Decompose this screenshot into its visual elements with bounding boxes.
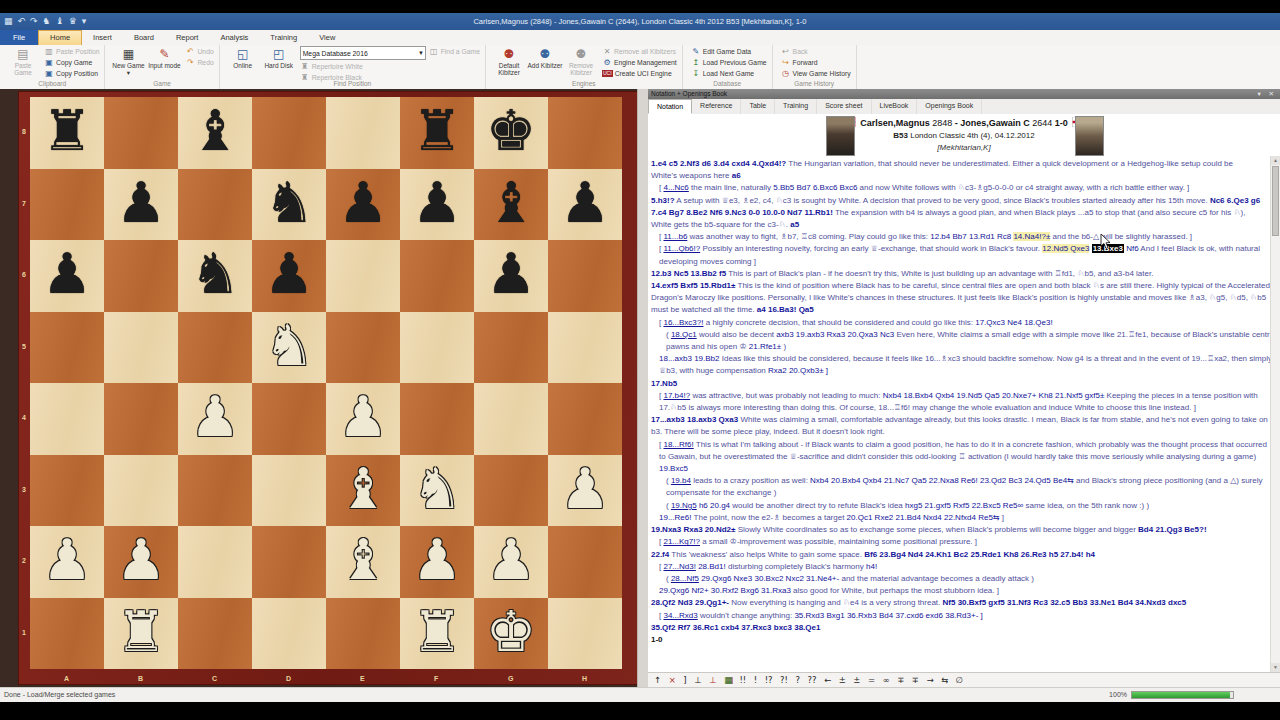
move[interactable]: 22.f4 (651, 550, 669, 559)
btn-load-previous-game[interactable]: ↥Load Previous Game (691, 57, 767, 68)
square-b2[interactable]: ♟ (104, 526, 178, 598)
move[interactable]: 29.Qxg6 Nxe3 30.Bxc2 Nxc2 31.Ne4+- (699, 574, 839, 583)
rank-label-6: 6 (22, 271, 26, 278)
piece-black-r[interactable]: ♜ (30, 97, 104, 169)
game-result: 1-0 (1055, 118, 1068, 128)
comment-text: Dragon's Maroczy like positions. Persona… (651, 293, 1266, 302)
ribbon-tab-analysis[interactable]: Analysis (209, 30, 259, 45)
piece-black-p[interactable]: ♟ (474, 240, 548, 312)
ribbon-group-game: ▦New Game ▾✎Input mode↶Undo↷RedoGame (105, 45, 219, 90)
comment-text: and the material advantage becomes a dea… (839, 574, 1034, 583)
comment-text: was another way to fight, ♗b7, ♖c8 comin… (687, 232, 930, 241)
square-h3[interactable]: ♟ (548, 455, 622, 527)
panel-caption-icons[interactable]: ▾ ✕ (1257, 89, 1277, 99)
rank-label-8: 8 (22, 128, 26, 135)
game-header-line2: B53 London Classic 4th (4), 04.12.2012 (648, 130, 1280, 142)
move[interactable]: axb3 19.axb3 Rxa3 20.Qxa3 Nc3 (776, 330, 894, 339)
btn-add-kibitzer[interactable]: ⚉Add Kibitzer (527, 46, 563, 80)
piece-white-n[interactable]: ♞ (252, 312, 326, 384)
btn-undo: ↶Undo (185, 46, 213, 57)
button-label: Remove all Kibitzers (614, 48, 676, 55)
piece-black-r[interactable]: ♜ (400, 97, 474, 169)
annotation-symbol[interactable]: → (926, 675, 933, 685)
move[interactable]: 14.Na4!?± (1013, 232, 1050, 241)
square-e1[interactable] (326, 598, 400, 670)
main-area: ♜♝♜♚♟♞♟♟♝♟♟♞♟♟♞♟♟♝♞♟♟♟♝♟♟♜♜♚ ABCDEFGH876… (0, 89, 1280, 687)
button-label: Undo (197, 48, 213, 55)
comment-text: would also be decent (697, 330, 777, 339)
button-label: Paste Game (14, 62, 32, 76)
game-header: Carlsen,Magnus 2848 - Jones,Gawain C 264… (648, 114, 1280, 156)
btn-view-game-history[interactable]: ◷View Game History (781, 68, 851, 79)
piece-white-k[interactable]: ♚ (474, 598, 548, 670)
forward-icon: ↪ (781, 58, 791, 67)
square-h6[interactable] (548, 240, 622, 312)
square-a5[interactable] (30, 312, 104, 384)
square-f4[interactable] (400, 383, 474, 455)
photo-carlsen (826, 116, 855, 156)
piece-black-p[interactable]: ♟ (104, 169, 178, 241)
move[interactable]: 5.Bb5 Bd7 6.Bxc6 Bxc6 (773, 183, 857, 192)
comment-text: ) (781, 342, 786, 351)
square-e8[interactable] (326, 97, 400, 169)
move[interactable]: 12.Nd5 Qxe3 (1042, 244, 1089, 253)
button-label: Edit Game Data (703, 48, 751, 55)
piece-white-p[interactable]: ♟ (178, 383, 252, 455)
piece-white-p[interactable]: ♟ (104, 526, 178, 598)
move[interactable]: 19.Nxa3 Rxa3 20.Nd2± (651, 525, 735, 534)
move[interactable]: Rxa2 20.Qxb3± ] (768, 366, 828, 375)
panel-tab-score-sheet[interactable]: Score sheet (817, 99, 871, 114)
square-d5[interactable]: ♞ (252, 312, 326, 384)
square-d7[interactable]: ♞ (252, 169, 326, 241)
move[interactable]: a6 (732, 171, 741, 180)
btn-paste-game: ▤Paste Game (5, 46, 41, 80)
btn-load-next-game[interactable]: ↧Load Next Game (691, 68, 767, 79)
repertoire-black-icon: ♜ (300, 73, 310, 82)
move[interactable]: 20.Qc1 Rxe2 21.Bd4 Nxd4 22.Nfxd4 Re5⇆ (847, 513, 1000, 522)
notation-line: [ 11...b6 was another way to fight, ♗b7,… (651, 231, 1271, 243)
btn-edit-game-data[interactable]: ✎Edit Game Data (691, 46, 767, 57)
square-d1[interactable] (252, 598, 326, 670)
piece-black-p[interactable]: ♟ (326, 169, 400, 241)
ribbon-tab-insert[interactable]: Insert (82, 30, 123, 45)
move[interactable]: 21...Kg7!? (663, 537, 699, 546)
square-e6[interactable] (326, 240, 400, 312)
button-label: Input mode (148, 62, 181, 69)
notation-text: 1.e4 c5 2.Nf3 d6 3.d4 cxd4 4.Qxd4!? The … (648, 156, 1271, 672)
square-a8[interactable]: ♜ (30, 97, 104, 169)
hard-disk-icon: ◰ (261, 47, 297, 61)
move[interactable]: 28.Qf2 Nd3 29.Qg1+- (651, 598, 729, 607)
move[interactable]: Nf5 30.Bxf5 gxf5 31.Nf3 Rc3 32.c5 Bb3 33… (943, 598, 1187, 607)
comment-text: This is part of Black's plan - if he doe… (726, 269, 1153, 278)
comment-text: compensate for the exchange ) (666, 488, 776, 497)
move[interactable]: 17.Qxc3 Ne4 18.Qe3! (975, 318, 1052, 327)
move[interactable]: 1.e4 c5 2.Nf3 d6 3.d4 cxd4 4.Qxd4!? (651, 159, 786, 168)
notation-line: 19.Bxc5 (651, 463, 1271, 475)
annotation-symbol[interactable]: ± (839, 675, 846, 685)
btn-create-uci-engine[interactable]: UCICreate UCI Engine (602, 68, 677, 79)
move[interactable]: Nf6 (1124, 244, 1139, 253)
notation-line: ♕b3, with huge compensation Rxa2 20.Qxb3… (651, 365, 1271, 377)
btn-default-kibitzer[interactable]: ⚉Default Kibitzer (491, 46, 527, 80)
btn-find-a-game: ◫Find a Game (429, 46, 480, 57)
comment-text: pawns and his open ♔ (666, 342, 749, 351)
btn-hard-disk[interactable]: ◰Hard Disk (261, 46, 297, 80)
piece-black-b[interactable]: ♝ (178, 97, 252, 169)
square-c4[interactable]: ♟ (178, 383, 252, 455)
move[interactable]: 18...Rf6! (663, 440, 693, 449)
btn-redo: ↷Redo (185, 57, 213, 68)
square-c3[interactable] (178, 455, 252, 527)
panel-caption-text: Notation + Openings Book (651, 90, 727, 97)
button-label: Online (233, 62, 252, 69)
square-c1[interactable] (178, 598, 252, 670)
panel-tab-table[interactable]: Table (741, 99, 775, 114)
remove-kibitzer-icon: ⚉ (563, 47, 599, 61)
annotation-symbol[interactable]: ? (796, 675, 801, 685)
move[interactable]: Nxb4 20.Bxb4 Qxb4 21.Nc7 Qa5 22.Nxa8 Re6… (810, 476, 1074, 485)
square-f1[interactable]: ♜ (400, 598, 474, 670)
move[interactable]: 18.Qc1 (671, 330, 697, 339)
btn-copy-game[interactable]: ▣Copy Game (44, 57, 99, 68)
comment-text: The Hungarian variation, that should nev… (786, 159, 1233, 168)
piece-black-p[interactable]: ♟ (548, 169, 622, 241)
create-uci-engine-icon: UCI (602, 70, 613, 77)
annotation-symbol[interactable]: ∅ (956, 675, 963, 685)
btn-copy-position[interactable]: ▣Copy Position (44, 68, 99, 79)
piece-black-p[interactable]: ♟ (30, 240, 104, 312)
btn-input-mode[interactable]: ✎Input mode (146, 46, 182, 80)
move[interactable]: 19...Re6! (659, 513, 691, 522)
move[interactable]: a4 16.Ba3! Qa5 (757, 305, 814, 314)
move[interactable]: 28.Bd1! (698, 562, 726, 571)
button-label: Create UCI Engine (615, 70, 672, 77)
piece-black-n[interactable]: ♞ (178, 240, 252, 312)
notation-line: 5.h3!? A setup with ♕e3, ♗e2, c4, ♘c3 is… (651, 195, 1271, 207)
move[interactable]: Nxb4 18.Bxb4 Qxb4 19.Nd5 Qa5 20.Nxe7+ Kh… (883, 391, 1105, 400)
notation-line: Dragon's Maroczy like positions. Persona… (651, 292, 1271, 304)
square-g6[interactable]: ♟ (474, 240, 548, 312)
panel-tab-openings-book[interactable]: Openings Book (917, 99, 982, 114)
scrollbar-down-icon[interactable]: ▼ (1271, 663, 1280, 672)
notation-line: [ 11...Qb6!? Possibly an interesting nov… (651, 243, 1271, 255)
annotation-symbol[interactable]: ± (853, 675, 860, 685)
database-dropdown[interactable]: Mega Database 2016▾ (300, 46, 426, 60)
annotation-symbol[interactable]: ↑ (654, 675, 661, 685)
piece-white-p[interactable]: ♟ (326, 383, 400, 455)
status-text: Done - Load/Merge selected games (4, 688, 115, 702)
square-b8[interactable] (104, 97, 178, 169)
square-h1[interactable] (548, 598, 622, 670)
square-d2[interactable] (252, 526, 326, 598)
annotation-symbol[interactable]: ⇆ (941, 675, 948, 685)
panel-tab-bar: NotationReferenceTableTrainingScore shee… (648, 99, 1280, 115)
move[interactable]: 16...Bxc3?! (663, 318, 703, 327)
ribbon-group-label-clipboard: Clipboard (5, 79, 99, 89)
annotation-symbol[interactable]: ⊥ (694, 675, 701, 685)
annotation-symbol[interactable]: ] (683, 675, 686, 685)
btn-online[interactable]: ◱Online (225, 46, 261, 80)
ribbon-tab-board[interactable]: Board (123, 30, 165, 45)
notation-line: 17...axb3 18.axb3 Qxa3 White was claimin… (651, 414, 1271, 426)
comment-text: and now White follows with ♘c3-♗g5-0-0-0… (857, 183, 1189, 192)
annotation-symbol[interactable]: ?? (808, 675, 817, 685)
square-f7[interactable]: ♟ (400, 169, 474, 241)
move[interactable]: 12.b4 Bb7 13.Rd1 Rc8 (930, 232, 1013, 241)
square-c7[interactable] (178, 169, 252, 241)
comment-text: same idea, on the 5th rank now :) ) (1023, 501, 1149, 510)
square-a3[interactable] (30, 455, 104, 527)
move[interactable]: 12.b3 Nc5 13.Bb2 f5 (651, 269, 726, 278)
annotation-symbol[interactable]: ∓ (897, 675, 904, 685)
square-g1[interactable]: ♚ (474, 598, 548, 670)
button-label: Hard Disk (264, 62, 293, 69)
square-d3[interactable] (252, 455, 326, 527)
annotation-symbol[interactable]: ?! (780, 675, 788, 685)
piece-black-b[interactable]: ♝ (474, 169, 548, 241)
square-e7[interactable]: ♟ (326, 169, 400, 241)
annotation-symbol[interactable]: ∓ (912, 675, 919, 685)
move[interactable]: 11...Qb6!? (663, 244, 700, 253)
square-c8[interactable]: ♝ (178, 97, 252, 169)
notation-scrollbar[interactable]: ▲ ▼ (1270, 156, 1280, 672)
square-a4[interactable] (30, 383, 104, 455)
chess-board: ♜♝♜♚♟♞♟♟♝♟♟♞♟♟♞♟♟♝♞♟♟♟♝♟♟♜♜♚ (30, 97, 622, 669)
zoom-progress-bar[interactable] (1131, 691, 1234, 699)
piece-white-p[interactable]: ♟ (400, 526, 474, 598)
move[interactable]: 19.Bxc5 (659, 464, 688, 473)
notation-line: 29.Qxg6 Nf2+ 30.Rxf2 Bxg6 31.Rxa3 also g… (651, 585, 1271, 597)
square-b3[interactable] (104, 455, 178, 527)
comment-text: 1-0 (651, 635, 663, 644)
move[interactable]: 18...axb3 19.Bb2 (659, 354, 720, 363)
move[interactable]: 35.Qf2 Rf7 36.Rc1 cxb4 37.Rxc3 bxc3 38.Q… (651, 623, 820, 632)
ribbon-tab-report[interactable]: Report (165, 30, 210, 45)
square-d8[interactable] (252, 97, 326, 169)
move[interactable]: 19.b4 (671, 476, 691, 485)
square-g7[interactable]: ♝ (474, 169, 548, 241)
square-b7[interactable]: ♟ (104, 169, 178, 241)
notation-line: 35.Qf2 Rf7 36.Rc1 cxb4 37.Rxc3 bxc3 38.Q… (651, 622, 1271, 634)
annotation-symbol[interactable]: × (669, 675, 676, 685)
scrollbar-up-icon[interactable]: ▲ (1271, 156, 1280, 165)
move[interactable]: h6 20.g4 (697, 501, 730, 510)
move[interactable]: 17...axb3 18.axb3 Qxa3 (651, 415, 738, 424)
piece-white-r[interactable]: ♜ (400, 598, 474, 670)
annotation-symbol[interactable]: !? (765, 675, 773, 685)
move[interactable]: 17.b4!? (663, 391, 690, 400)
piece-white-p[interactable]: ♟ (548, 455, 622, 527)
square-h2[interactable] (548, 526, 622, 598)
notation-line: 18...axb3 19.Bb2 Ideas like this should … (651, 353, 1271, 365)
comment-text: Keeping the pieces in a tense position w… (1104, 391, 1257, 400)
move[interactable]: 35.Rxd3 Bxg1 36.Rxb3 Bd4 37.cxd6 exd6 38… (794, 611, 982, 620)
notation-line: ( 28...Nf5 29.Qxg6 Nxe3 30.Bxc2 Nxc2 31.… (651, 573, 1271, 585)
ribbon-tab-view[interactable]: View (308, 30, 346, 45)
notation-panel: Notation + Openings Book ▾ ✕ NotationRef… (648, 89, 1280, 687)
move[interactable]: 14.exf5 Bxf5 15.Rbd1± (651, 281, 735, 290)
square-b5[interactable] (104, 312, 178, 384)
annotation-symbol[interactable]: ⊥ (709, 675, 716, 685)
piece-white-b[interactable]: ♝ (326, 455, 400, 527)
move[interactable]: 27...Nd3! (663, 562, 695, 571)
square-h4[interactable] (548, 383, 622, 455)
square-f5[interactable] (400, 312, 474, 384)
ribbon-group-label-find-position: Find Position (225, 79, 480, 89)
btn-forward[interactable]: ↪Forward (781, 57, 851, 68)
notation-line: White gets the b5-square for the c3-♘. a… (651, 219, 1271, 231)
move[interactable]: 11...b6 (663, 232, 687, 241)
new-game-icon: ▦ (110, 47, 146, 61)
move[interactable]: Bf6 23.Bg4 Nd4 24.Kh1 Bc2 25.Rde1 Kh8 26… (864, 550, 1095, 559)
default-kibitzer-icon: ⚉ (491, 47, 527, 61)
move[interactable]: 5.h3!? (651, 196, 675, 205)
piece-white-b[interactable]: ♝ (326, 526, 400, 598)
square-c5[interactable] (178, 312, 252, 384)
square-f3[interactable]: ♞ (400, 455, 474, 527)
window-title: Carlsen,Magnus (2848) - Jones,Gawain C (… (0, 13, 1280, 30)
square-h7[interactable]: ♟ (548, 169, 622, 241)
comment-text: Ideas like this should be considered, be… (720, 354, 1272, 363)
square-f8[interactable]: ♜ (400, 97, 474, 169)
btn-new-game[interactable]: ▦New Game ▾ (110, 46, 146, 80)
view-game-history-icon: ◷ (781, 69, 791, 78)
notation-line: 28.Qf2 Nd3 29.Qg1+- Now everything is ha… (651, 597, 1271, 609)
move[interactable]: 21.Rfe1± (749, 342, 781, 351)
input-mode-icon: ✎ (146, 47, 182, 61)
annotation-symbol[interactable]: ∞ (883, 675, 890, 685)
piece-black-p[interactable]: ♟ (400, 169, 474, 241)
square-f6[interactable] (400, 240, 474, 312)
panel-tab-reference[interactable]: Reference (692, 99, 741, 114)
move[interactable]: h4! (866, 562, 877, 571)
button-label: Redo (197, 59, 213, 66)
square-f2[interactable]: ♟ (400, 526, 474, 598)
move[interactable]: a5 (790, 220, 799, 229)
square-d6[interactable]: ♟ (252, 240, 326, 312)
btn-paste-position: ▥Paste Position (44, 46, 99, 57)
square-c2[interactable] (178, 526, 252, 598)
move[interactable]: Nc6 6.Qe3 g6 (1210, 196, 1260, 205)
panel-tab-livebook[interactable]: LiveBook (872, 99, 918, 114)
button-label: Default Kibitzer (498, 62, 520, 76)
move[interactable]: 28...Nf5 (671, 574, 699, 583)
notation-line: developing moves coming ] (651, 256, 1271, 268)
button-label: Repertoire White (312, 63, 363, 70)
rank-label-3: 3 (22, 486, 26, 493)
piece-white-n[interactable]: ♞ (400, 455, 474, 527)
button-label: New Game ▾ (112, 62, 145, 76)
move[interactable]: 34...Rxd3 (663, 611, 697, 620)
move[interactable]: 17.Nb5 (651, 379, 677, 388)
move[interactable]: Bd4 21.Qg3 Be5?! (1138, 525, 1206, 534)
scrollbar-thumb[interactable] (1272, 166, 1279, 236)
square-a6[interactable]: ♟ (30, 240, 104, 312)
square-b1[interactable]: ♜ (104, 598, 178, 670)
move[interactable]: 7.c4 Bg7 8.Be2 Nf6 9.Nc3 0-0 10.0-0 Nd7 … (651, 208, 833, 217)
ribbon-group-label-database: Database (688, 79, 767, 89)
square-c6[interactable]: ♞ (178, 240, 252, 312)
square-g3[interactable] (474, 455, 548, 527)
square-e3[interactable]: ♝ (326, 455, 400, 527)
letterbox-bottom (0, 702, 1280, 720)
square-e4[interactable]: ♟ (326, 383, 400, 455)
comment-text: a highly concrete decision, that should … (703, 318, 975, 327)
square-g5[interactable] (474, 312, 548, 384)
btn-remove-kibitzer: ⚉Remove Kibitzer (563, 46, 599, 80)
comment-text: Even here, White claims a small edge wit… (894, 330, 1271, 339)
panel-tab-notation[interactable]: Notation (648, 99, 692, 114)
square-a7[interactable] (30, 169, 104, 241)
annotation-symbol[interactable]: = (868, 675, 875, 685)
copy-position-icon: ▣ (44, 69, 54, 78)
piece-black-n[interactable]: ♞ (252, 169, 326, 241)
annotation-symbol[interactable]: ← (824, 675, 831, 685)
annotation-symbol[interactable]: !! (739, 675, 746, 685)
ribbon-tab-file[interactable]: File (0, 30, 38, 45)
panel-tab-training[interactable]: Training (775, 99, 817, 114)
square-h5[interactable] (548, 312, 622, 384)
move[interactable]: hxg5 21.gxf5 Rxf5 22.Bxc5 Re5∞ (905, 501, 1023, 510)
comment-text: also good for White, but perhaps the mos… (791, 586, 999, 595)
square-a2[interactable]: ♟ (30, 526, 104, 598)
comment-text: Possibly an interesting novelty, forcing… (700, 244, 1042, 253)
btn-back: ↩Back (781, 46, 851, 57)
square-g2[interactable]: ♟ (474, 526, 548, 598)
annotation-symbol[interactable]: ! (754, 675, 757, 685)
square-b4[interactable] (104, 383, 178, 455)
file-label-e: E (360, 675, 365, 682)
square-e2[interactable]: ♝ (326, 526, 400, 598)
square-g4[interactable] (474, 383, 548, 455)
square-h8[interactable] (548, 97, 622, 169)
annotation-symbol[interactable]: ▦ (724, 675, 732, 685)
move[interactable]: 19.Ng5 (671, 501, 697, 510)
button-label: Load Next Game (703, 70, 754, 77)
ribbon-tab-home[interactable]: Home (38, 30, 82, 45)
move[interactable]: 29.Qxg6 Nf2+ 30.Rxf2 Bxg6 31.Rxa3 (659, 586, 791, 595)
piece-white-r[interactable]: ♜ (104, 598, 178, 670)
comment-text: This 'weakness' also helps White to gain… (669, 550, 864, 559)
square-b6[interactable] (104, 240, 178, 312)
notation-line: [ 27...Nd3! 28.Bd1! disturbing completel… (651, 561, 1271, 573)
square-e5[interactable] (326, 312, 400, 384)
comment-text: ] (1000, 513, 1004, 522)
comment-text: The point, now the e2-♗ becomes a target (691, 513, 846, 522)
square-a1[interactable] (30, 598, 104, 670)
button-label: Forward (793, 59, 818, 66)
notation-line: 19...Re6! The point, now the e2-♗ become… (651, 512, 1271, 524)
letterbox-top (0, 0, 1280, 13)
button-label: Paste Position (56, 48, 99, 55)
piece-black-k[interactable]: ♚ (474, 97, 548, 169)
ribbon-tab-training[interactable]: Training (259, 30, 308, 45)
square-g8[interactable]: ♚ (474, 97, 548, 169)
piece-white-p[interactable]: ♟ (30, 526, 104, 598)
piece-black-p[interactable]: ♟ (252, 240, 326, 312)
notation-line: pawns and his open ♔ 21.Rfe1± ) (651, 341, 1271, 353)
notation-line: ( 18.Qc1 would also be decent axb3 19.ax… (651, 329, 1271, 341)
piece-white-p[interactable]: ♟ (474, 526, 548, 598)
comment-text: This is the kind of position where Black… (735, 281, 1269, 290)
btn-engine-management[interactable]: ⚙Engine Management (602, 57, 677, 68)
button-label: View Game History (793, 70, 851, 77)
square-d4[interactable] (252, 383, 326, 455)
move[interactable]: 4...Nc6 (663, 183, 688, 192)
zoom-progress-fill (1132, 692, 1230, 698)
